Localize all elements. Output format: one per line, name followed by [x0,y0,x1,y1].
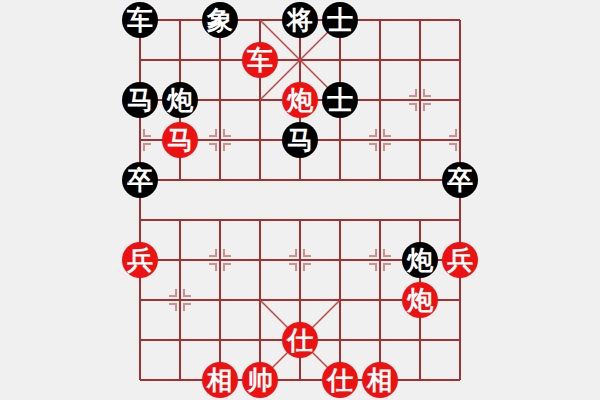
piece-black-cannon[interactable]: 炮 [402,242,438,278]
piece-red-soldier[interactable]: 兵 [442,242,478,278]
piece-black-horse[interactable]: 马 [122,82,158,118]
piece-black-soldier[interactable]: 卒 [442,162,478,198]
piece-red-elephant[interactable]: 相 [202,362,238,398]
piece-black-cannon[interactable]: 炮 [162,82,198,118]
piece-red-horse[interactable]: 马 [162,122,198,158]
piece-red-chariot[interactable]: 车 [242,42,278,78]
piece-black-chariot[interactable]: 车 [122,2,158,38]
piece-black-advisor[interactable]: 士 [322,82,358,118]
piece-red-elephant[interactable]: 相 [362,362,398,398]
piece-red-general[interactable]: 帅 [242,362,278,398]
piece-black-general[interactable]: 将 [282,2,318,38]
pieces-layer: 车象将士车马炮炮士马马卒卒兵炮兵炮仕相帅仕相 [120,0,480,400]
piece-red-advisor[interactable]: 仕 [322,362,358,398]
piece-red-cannon[interactable]: 炮 [282,82,318,118]
piece-black-soldier[interactable]: 卒 [122,162,158,198]
xiangqi-board: 车象将士车马炮炮士马马卒卒兵炮兵炮仕相帅仕相 [0,0,600,400]
piece-black-advisor[interactable]: 士 [322,2,358,38]
piece-red-advisor[interactable]: 仕 [282,322,318,358]
piece-red-soldier[interactable]: 兵 [122,242,158,278]
piece-red-cannon[interactable]: 炮 [402,282,438,318]
piece-black-horse[interactable]: 马 [282,122,318,158]
piece-black-elephant[interactable]: 象 [202,2,238,38]
